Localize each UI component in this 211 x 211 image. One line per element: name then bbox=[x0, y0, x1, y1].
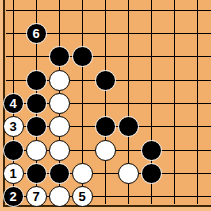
stone-white bbox=[49, 70, 70, 91]
stone-white bbox=[118, 163, 139, 184]
stone-black bbox=[141, 163, 162, 184]
stone-black bbox=[118, 116, 139, 137]
move-number: 7 bbox=[32, 190, 39, 203]
stone-black bbox=[26, 70, 47, 91]
stone-black bbox=[95, 116, 116, 137]
move-number: 6 bbox=[32, 27, 39, 40]
stone-white-move-5: 5 bbox=[72, 186, 93, 207]
stone-black bbox=[26, 93, 47, 114]
stone-white-move-3: 3 bbox=[3, 116, 24, 137]
stone-black bbox=[95, 70, 116, 91]
stone-white bbox=[72, 163, 93, 184]
stone-black bbox=[49, 46, 70, 67]
stone-white bbox=[49, 116, 70, 137]
stone-black bbox=[72, 46, 93, 67]
stones-layer: 6431275 bbox=[0, 0, 211, 211]
stone-black-move-4: 4 bbox=[3, 93, 24, 114]
stone-white bbox=[49, 186, 70, 207]
stone-black bbox=[141, 140, 162, 161]
stone-black bbox=[26, 163, 47, 184]
stone-black bbox=[26, 116, 47, 137]
stone-white bbox=[95, 140, 116, 161]
stone-black-move-6: 6 bbox=[26, 23, 47, 44]
stone-white bbox=[49, 93, 70, 114]
stone-white bbox=[26, 140, 47, 161]
stone-white-move-7: 7 bbox=[26, 186, 47, 207]
move-number: 4 bbox=[9, 97, 16, 110]
move-number: 2 bbox=[9, 190, 16, 203]
go-board-diagram: 6431275 bbox=[0, 0, 211, 211]
stone-white-move-1: 1 bbox=[3, 163, 24, 184]
stone-black-move-2: 2 bbox=[3, 186, 24, 207]
move-number: 3 bbox=[9, 120, 16, 133]
stone-black bbox=[49, 163, 70, 184]
move-number: 1 bbox=[9, 167, 16, 180]
stone-black bbox=[3, 140, 24, 161]
stone-white bbox=[49, 140, 70, 161]
move-number: 5 bbox=[78, 190, 85, 203]
